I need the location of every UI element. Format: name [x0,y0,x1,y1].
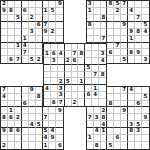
cell-r8c12[interactable]: 8 [78,51,85,58]
cell-r11c13[interactable] [85,72,92,79]
cell-r9c14[interactable] [92,58,99,65]
cell-r4c2[interactable] [8,22,15,29]
cell-r19c4[interactable] [22,128,29,135]
cell-r15c5[interactable] [29,101,36,108]
cell-r13c18[interactable]: 7 [121,87,128,94]
cell-r6c13[interactable] [87,36,94,43]
cell-r16c5[interactable] [29,107,36,114]
cell-r12c15[interactable] [99,78,106,85]
cell-r21c17[interactable] [114,142,121,149]
cell-r14c12[interactable] [78,92,85,99]
cell-r20c6[interactable] [36,135,43,142]
cell-r19c15[interactable]: 1 [101,128,108,135]
cell-r16c17[interactable] [114,107,121,114]
cell-r3c3[interactable]: 5 [15,15,22,22]
cell-r4c16[interactable] [107,22,114,29]
cell-r5c3[interactable] [15,29,22,36]
cell-r6c16[interactable] [107,36,114,43]
cell-r19c6[interactable] [36,128,43,135]
cell-r5c14[interactable] [94,29,101,36]
cell-r4c4[interactable] [22,22,29,29]
cell-r5c2[interactable] [8,29,15,36]
cell-r9c17[interactable] [114,56,121,63]
cell-r4c6[interactable]: 6 [36,22,43,29]
cell-r10c8[interactable] [51,65,58,72]
cell-r2c9[interactable] [56,8,63,15]
cell-r1c3[interactable] [15,1,22,8]
cell-r6c21[interactable] [142,36,149,43]
cell-r4c13[interactable]: 8 [87,22,94,29]
cell-r11c11[interactable] [72,72,79,79]
cell-r19c1[interactable]: 9 [1,128,8,135]
cell-r5c1[interactable] [1,29,8,36]
cell-r14c1[interactable]: 4 [1,94,8,101]
cell-r16c9[interactable]: 9 [56,107,63,114]
cell-r16c16[interactable] [107,107,114,114]
cell-r18c16[interactable] [107,121,114,128]
cell-r14c13[interactable]: 6 [85,92,92,99]
cell-r6c1[interactable] [1,36,8,43]
cell-r8c17[interactable] [114,49,121,56]
cell-r7c10[interactable] [65,44,72,51]
cell-r9c11[interactable]: 6 [72,58,79,65]
cell-r13c11[interactable] [72,85,79,92]
cell-r16c8[interactable] [49,107,56,114]
cell-r17c9[interactable] [56,114,63,121]
cell-r7c3[interactable]: 1 [15,43,22,50]
cell-r6c9[interactable] [56,36,63,43]
cell-r15c7[interactable] [44,99,51,106]
cell-r1c14[interactable] [94,1,101,8]
cell-r21c5[interactable] [29,142,36,149]
cell-r14c17[interactable] [114,94,121,101]
cell-r6c14[interactable] [94,36,101,43]
cell-r16c18[interactable]: 9 [121,107,128,114]
cell-r2c7[interactable]: 1 [43,8,50,15]
cell-r13c5[interactable]: 9 [29,87,36,94]
cell-r16c4[interactable] [22,107,29,114]
cell-r16c19[interactable] [128,107,135,114]
cell-r3c15[interactable]: 8 [101,15,108,22]
cell-r14c7[interactable] [44,92,51,99]
cell-r15c8[interactable]: 8 [51,99,58,106]
cell-r15c12[interactable] [78,99,85,106]
cell-r11c14[interactable]: 7 [92,72,99,79]
cell-r13c17[interactable] [114,87,121,94]
cell-r19c14[interactable]: 4 [94,128,101,135]
cell-r2c4[interactable]: 6 [22,8,29,15]
cell-r21c21[interactable] [142,142,149,149]
cell-r8c9[interactable]: 4 [58,51,65,58]
cell-r7c17[interactable]: 7 [114,43,121,50]
cell-r21c20[interactable] [135,142,142,149]
cell-r7c6[interactable] [36,43,43,50]
cell-r13c8[interactable] [51,85,58,92]
cell-r21c19[interactable] [128,142,135,149]
cell-r10c13[interactable]: 5 [85,65,92,72]
cell-r1c6[interactable] [36,1,43,8]
cell-r5c6[interactable] [36,29,43,36]
cell-r17c13[interactable]: 7 [87,114,94,121]
cell-r6c2[interactable] [8,36,15,43]
cell-r15c6[interactable] [36,101,43,108]
cell-r15c11[interactable]: 2 [72,99,79,106]
grid-center: 1647833264578251431364872 [43,43,107,107]
cell-r21c4[interactable] [22,142,29,149]
cell-r6c5[interactable] [29,36,36,43]
cell-r8c20[interactable]: 9 [135,49,142,56]
cell-r21c7[interactable]: 1 [43,142,50,149]
cell-r4c1[interactable] [1,22,8,29]
cell-r15c21[interactable] [142,101,149,108]
cell-r21c3[interactable] [15,142,22,149]
cell-r8c19[interactable]: 8 [128,49,135,56]
cell-r6c20[interactable] [135,36,142,43]
cell-r3c2[interactable] [8,15,15,22]
cell-r5c5[interactable]: 3 [29,29,36,36]
cell-r3c14[interactable] [94,15,101,22]
cell-r15c10[interactable] [65,99,72,106]
cell-r2c19[interactable]: 4 [128,8,135,15]
cell-r17c14[interactable]: 3 [94,114,101,121]
cell-r13c19[interactable]: 4 [128,87,135,94]
cell-r2c21[interactable] [142,8,149,15]
cell-r20c13[interactable]: 1 [87,135,94,142]
cell-r2c6[interactable] [36,8,43,15]
cell-r13c4[interactable] [22,87,29,94]
cell-r9c12[interactable] [78,58,85,65]
cell-r3c5[interactable]: 2 [29,15,36,22]
cell-r17c16[interactable] [107,114,114,121]
cell-r5c7[interactable]: 9 [43,29,50,36]
cell-r2c14[interactable] [94,8,101,15]
cell-r14c21[interactable]: 5 [142,94,149,101]
cell-r4c3[interactable] [15,22,22,29]
cell-r20c18[interactable] [121,135,128,142]
cell-r17c18[interactable] [121,114,128,121]
cell-r20c19[interactable] [128,135,135,142]
cell-r21c16[interactable]: 5 [107,142,114,149]
cell-r12c11[interactable] [72,78,79,85]
cell-r7c5[interactable] [29,43,36,50]
cell-r17c7[interactable]: 7 [43,114,50,121]
cell-r15c9[interactable]: 7 [58,99,65,106]
cell-r14c10[interactable] [65,92,72,99]
cell-r21c13[interactable] [87,142,94,149]
cell-r14c14[interactable]: 4 [92,92,99,99]
cell-r13c3[interactable] [15,87,22,94]
cell-r8c1[interactable] [1,49,8,56]
cell-r17c1[interactable]: 8 [1,114,8,121]
cell-r5c21[interactable]: 4 [142,29,149,36]
cell-r5c20[interactable]: 8 [135,29,142,36]
cell-r15c17[interactable] [114,101,121,108]
cell-r21c14[interactable]: 8 [94,142,101,149]
cell-r17c21[interactable]: 9 [142,114,149,121]
cell-r8c16[interactable]: 6 [107,49,114,56]
cell-r13c16[interactable] [107,87,114,94]
cell-r6c6[interactable] [36,36,43,43]
cell-r17c3[interactable]: 2 [15,114,22,121]
cell-r20c5[interactable] [29,135,36,142]
cell-r9c10[interactable]: 2 [65,58,72,65]
cell-r8c14[interactable] [92,51,99,58]
cell-r17c8[interactable] [49,114,56,121]
cell-r7c1[interactable] [1,43,8,50]
cell-r14c2[interactable] [8,94,15,101]
cell-r14c15[interactable] [99,92,106,99]
cell-r18c17[interactable] [114,121,121,128]
cell-r14c6[interactable]: 8 [36,94,43,101]
cell-r10c7[interactable] [44,65,51,72]
cell-r4c9[interactable] [56,22,63,29]
cell-r4c15[interactable] [101,22,108,29]
cell-r18c6[interactable]: 5 [36,121,43,128]
cell-r15c15[interactable] [99,99,106,106]
cell-r1c18[interactable]: 7 [121,1,128,8]
cell-r3c1[interactable] [1,15,8,22]
cell-r19c3[interactable]: 6 [15,128,22,135]
cell-r12c13[interactable] [85,78,92,85]
cell-r9c3[interactable]: 7 [15,56,22,63]
cell-r18c9[interactable] [56,121,63,128]
cell-r1c16[interactable]: 8 [107,1,114,8]
cell-r7c14[interactable] [92,44,99,51]
cell-r17c2[interactable]: 6 [8,114,15,121]
cell-r20c2[interactable] [8,135,15,142]
cell-r5c17[interactable] [114,29,121,36]
cell-r18c5[interactable]: 4 [29,121,36,128]
cell-r21c1[interactable]: 2 [1,142,8,149]
cell-r9c1[interactable] [1,56,8,63]
cell-r9c4[interactable] [22,56,29,63]
cell-r19c20[interactable]: 3 [135,128,142,135]
cell-r3c17[interactable] [114,15,121,22]
cell-r4c17[interactable] [114,22,121,29]
cell-r18c21[interactable] [142,121,149,128]
cell-r9c5[interactable]: 5 [29,56,36,63]
cell-r10c9[interactable] [58,65,65,72]
cell-r13c20[interactable] [135,87,142,94]
cell-r2c18[interactable] [121,8,128,15]
cell-r7c21[interactable] [142,43,149,50]
cell-r9c8[interactable]: 3 [51,58,58,65]
cell-r13c7[interactable]: 4 [44,85,51,92]
cell-r19c18[interactable] [121,128,128,135]
cell-r20c15[interactable] [101,135,108,142]
cell-r13c12[interactable] [78,85,85,92]
cell-r14c18[interactable] [121,94,128,101]
cell-r13c10[interactable] [65,85,72,92]
cell-r8c4[interactable]: 7 [22,49,29,56]
cell-r19c2[interactable]: 8 [8,128,15,135]
cell-r7c13[interactable] [85,44,92,51]
cell-r20c8[interactable]: 9 [49,135,56,142]
cell-r9c20[interactable] [135,56,142,63]
cell-r2c16[interactable] [107,8,114,15]
cell-r10c12[interactable] [78,65,85,72]
cell-r11c15[interactable]: 8 [99,72,106,79]
cell-r2c17[interactable]: 2 [114,8,121,15]
cell-r18c18[interactable] [121,121,128,128]
cell-r20c21[interactable] [142,135,149,142]
cell-r1c9[interactable]: 9 [56,1,63,8]
cell-r5c13[interactable] [87,29,94,36]
cell-r14c3[interactable] [15,94,22,101]
cell-r20c17[interactable]: 6 [114,135,121,142]
cell-r11c7[interactable] [44,72,51,79]
cell-r9c9[interactable] [58,58,65,65]
cell-r5c18[interactable] [121,29,128,36]
cell-r9c6[interactable]: 2 [36,56,43,63]
cell-r19c5[interactable] [29,128,36,135]
cell-r1c5[interactable] [29,1,36,8]
cell-r2c8[interactable]: 5 [49,8,56,15]
cell-r11c8[interactable] [51,72,58,79]
cell-r10c11[interactable] [72,65,79,72]
cell-r17c4[interactable] [22,114,29,121]
cell-r15c4[interactable]: 6 [22,101,29,108]
cell-r4c14[interactable] [94,22,101,29]
cell-r9c19[interactable] [128,56,135,63]
samurai-sudoku-board: 2998615526739211471646752338571248789598… [0,0,150,150]
cell-r16c20[interactable] [135,107,142,114]
cell-r2c2[interactable]: 8 [8,8,15,15]
cell-r15c19[interactable] [128,101,135,108]
cell-r3c19[interactable] [128,15,135,22]
cell-r1c21[interactable] [142,1,149,8]
cell-r6c18[interactable] [121,36,128,43]
cell-r1c15[interactable] [101,1,108,8]
cell-r6c15[interactable]: 7 [101,36,108,43]
cell-r20c20[interactable] [135,135,142,142]
cell-r21c18[interactable] [121,142,128,149]
cell-r3c20[interactable]: 7 [135,15,142,22]
cell-r21c6[interactable] [36,142,43,149]
cell-r3c16[interactable] [107,15,114,22]
cell-r7c2[interactable] [8,43,15,50]
cell-r10c10[interactable] [65,65,72,72]
cell-r5c16[interactable] [107,29,114,36]
cell-r6c8[interactable] [49,36,56,43]
cell-r12c12[interactable]: 1 [78,78,85,85]
cell-r6c19[interactable]: 1 [128,36,135,43]
cell-r8c13[interactable] [85,51,92,58]
cell-r18c4[interactable] [22,121,29,128]
cell-r5c9[interactable] [56,29,63,36]
cell-r14c19[interactable] [128,94,135,101]
cell-r3c4[interactable] [22,15,29,22]
cell-r2c13[interactable]: 1 [87,8,94,15]
cell-r15c13[interactable] [85,99,92,106]
cell-r16c6[interactable] [36,107,43,114]
cell-r18c13[interactable] [87,121,94,128]
cell-r21c8[interactable] [49,142,56,149]
cell-r13c15[interactable] [99,85,106,92]
cell-r15c14[interactable] [92,99,99,106]
cell-r9c2[interactable]: 6 [8,56,15,63]
cell-r12c10[interactable]: 5 [65,78,72,85]
cell-r15c3[interactable] [15,101,22,108]
cell-r17c17[interactable] [114,114,121,121]
cell-r13c2[interactable] [8,87,15,94]
cell-r20c3[interactable] [15,135,22,142]
cell-r3c8[interactable] [49,15,56,22]
cell-r20c4[interactable] [22,135,29,142]
cell-r19c21[interactable] [142,128,149,135]
cell-r15c1[interactable] [1,101,8,108]
cell-r21c2[interactable] [8,142,15,149]
cell-r3c9[interactable] [56,15,63,22]
cell-r5c8[interactable]: 2 [49,29,56,36]
cell-r9c16[interactable] [107,56,114,63]
cell-r19c16[interactable] [107,128,114,135]
cell-r12c8[interactable] [51,78,58,85]
cell-r7c18[interactable] [121,43,128,50]
cell-r6c7[interactable] [43,36,50,43]
cell-r4c18[interactable]: 9 [121,22,128,29]
cell-r21c9[interactable]: 6 [56,142,63,149]
cell-r9c15[interactable]: 4 [99,58,106,65]
cell-r19c9[interactable] [56,128,63,135]
cell-r8c7[interactable]: 1 [44,51,51,58]
cell-r9c7[interactable] [44,58,51,65]
cell-r19c19[interactable]: 8 [128,128,135,135]
cell-r15c16[interactable]: 8 [107,101,114,108]
cell-r2c1[interactable]: 9 [1,8,8,15]
cell-r9c21[interactable]: 3 [142,56,149,63]
cell-r1c20[interactable] [135,1,142,8]
cell-r21c15[interactable] [101,142,108,149]
cell-r9c18[interactable]: 5 [121,56,128,63]
cell-r14c5[interactable] [29,94,36,101]
cell-r15c20[interactable]: 6 [135,101,142,108]
